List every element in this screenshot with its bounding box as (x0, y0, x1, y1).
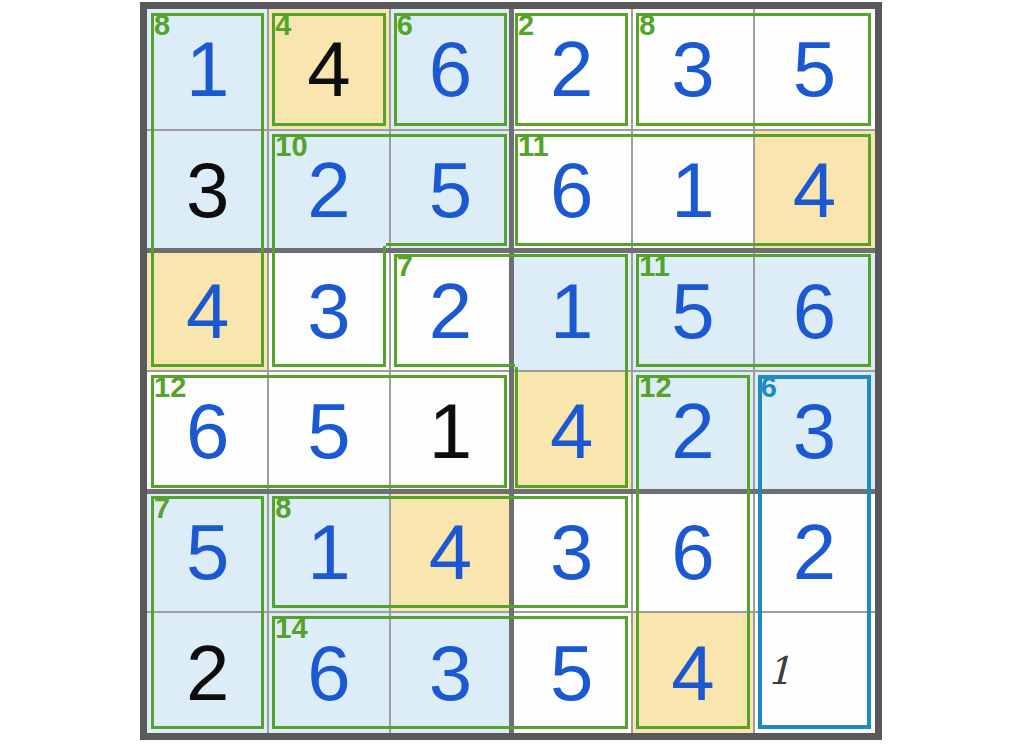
cell-r2c3[interactable]: 5 (390, 130, 511, 251)
cell-r2c4[interactable]: 6 (511, 130, 632, 251)
cell-value: 3 (307, 272, 350, 350)
cell-value: 4 (793, 151, 836, 229)
cell-r5c4[interactable]: 3 (511, 492, 632, 613)
cell-r4c6[interactable]: 3 (754, 371, 875, 492)
cell-r3c1[interactable]: 4 (147, 250, 268, 371)
cell-r4c4[interactable]: 4 (511, 371, 632, 492)
cell-r5c2[interactable]: 1 (268, 492, 389, 613)
cell-value: 2 (550, 30, 593, 108)
cell-r2c5[interactable]: 1 (632, 130, 753, 251)
cell-r4c3[interactable]: 1 (390, 371, 511, 492)
cell-r4c1[interactable]: 6 (147, 371, 268, 492)
cell-value: 6 (550, 151, 593, 229)
gridline-vertical-5 (753, 9, 755, 733)
cell-r5c1[interactable]: 5 (147, 492, 268, 613)
cell-value: 1 (550, 272, 593, 350)
cell-r3c6[interactable]: 6 (754, 250, 875, 371)
cell-value: 5 (307, 392, 350, 470)
box-border-horizontal-after-row-2 (147, 248, 875, 253)
cell-value: 6 (186, 392, 229, 470)
box-border-horizontal-after-row-4 (147, 489, 875, 494)
cell-r3c5[interactable]: 5 (632, 250, 753, 371)
cell-r1c4[interactable]: 2 (511, 9, 632, 130)
cell-value: 3 (186, 151, 229, 229)
cell-r1c6[interactable]: 5 (754, 9, 875, 130)
cell-value: 6 (793, 272, 836, 350)
cell-value: 6 (429, 30, 472, 108)
cell-value: 1 (307, 513, 350, 591)
cell-value: 5 (793, 30, 836, 108)
cell-value: 1 (429, 392, 472, 470)
cell-r1c1[interactable]: 1 (147, 9, 268, 130)
cell-r5c5[interactable]: 6 (632, 492, 753, 613)
cell-value: 2 (186, 634, 229, 712)
cell-r6c6[interactable]: 1 (754, 612, 875, 733)
cell-r6c5[interactable]: 4 (632, 612, 753, 733)
cell-value: 4 (671, 634, 714, 712)
cell-value: 5 (550, 634, 593, 712)
cell-r3c3[interactable]: 2 (390, 250, 511, 371)
cell-r2c2[interactable]: 2 (268, 130, 389, 251)
cell-value: 3 (671, 30, 714, 108)
pencil-mark: 1 (767, 652, 791, 690)
cell-r1c5[interactable]: 3 (632, 9, 753, 130)
cell-value: 3 (793, 392, 836, 470)
cell-r5c3[interactable]: 4 (390, 492, 511, 613)
cell-value: 6 (307, 634, 350, 712)
cell-r1c3[interactable]: 6 (390, 9, 511, 130)
cell-r3c2[interactable]: 3 (268, 250, 389, 371)
page-canvas: 1462353256144321566514235143622635418462… (0, 0, 1024, 753)
cell-value: 4 (550, 392, 593, 470)
gridline-vertical-4 (631, 9, 633, 733)
cell-r1c2[interactable]: 4 (268, 9, 389, 130)
cell-value: 5 (429, 151, 472, 229)
killer-sudoku-board: 1462353256144321566514235143622635418462… (140, 2, 882, 740)
cell-r6c4[interactable]: 5 (511, 612, 632, 733)
cell-r3c4[interactable]: 1 (511, 250, 632, 371)
cell-r4c5[interactable]: 2 (632, 371, 753, 492)
cell-r6c3[interactable]: 3 (390, 612, 511, 733)
cell-value: 2 (671, 392, 714, 470)
cell-value: 4 (429, 513, 472, 591)
cell-value: 3 (550, 513, 593, 591)
box-border-vertical (509, 9, 514, 733)
cell-r6c1[interactable]: 2 (147, 612, 268, 733)
cell-value: 2 (307, 151, 350, 229)
cell-value: 1 (186, 30, 229, 108)
cell-value: 5 (671, 272, 714, 350)
cell-r6c2[interactable]: 6 (268, 612, 389, 733)
cell-value: 2 (429, 272, 472, 350)
cell-value: 3 (429, 634, 472, 712)
cell-r4c2[interactable]: 5 (268, 371, 389, 492)
cell-value: 5 (186, 513, 229, 591)
cell-value: 1 (671, 151, 714, 229)
cell-value: 4 (307, 30, 350, 108)
cell-value: 6 (671, 513, 714, 591)
cell-value: 4 (186, 272, 229, 350)
cell-value: 2 (793, 513, 836, 591)
cell-r2c6[interactable]: 4 (754, 130, 875, 251)
cell-r5c6[interactable]: 2 (754, 492, 875, 613)
cell-r2c1[interactable]: 3 (147, 130, 268, 251)
